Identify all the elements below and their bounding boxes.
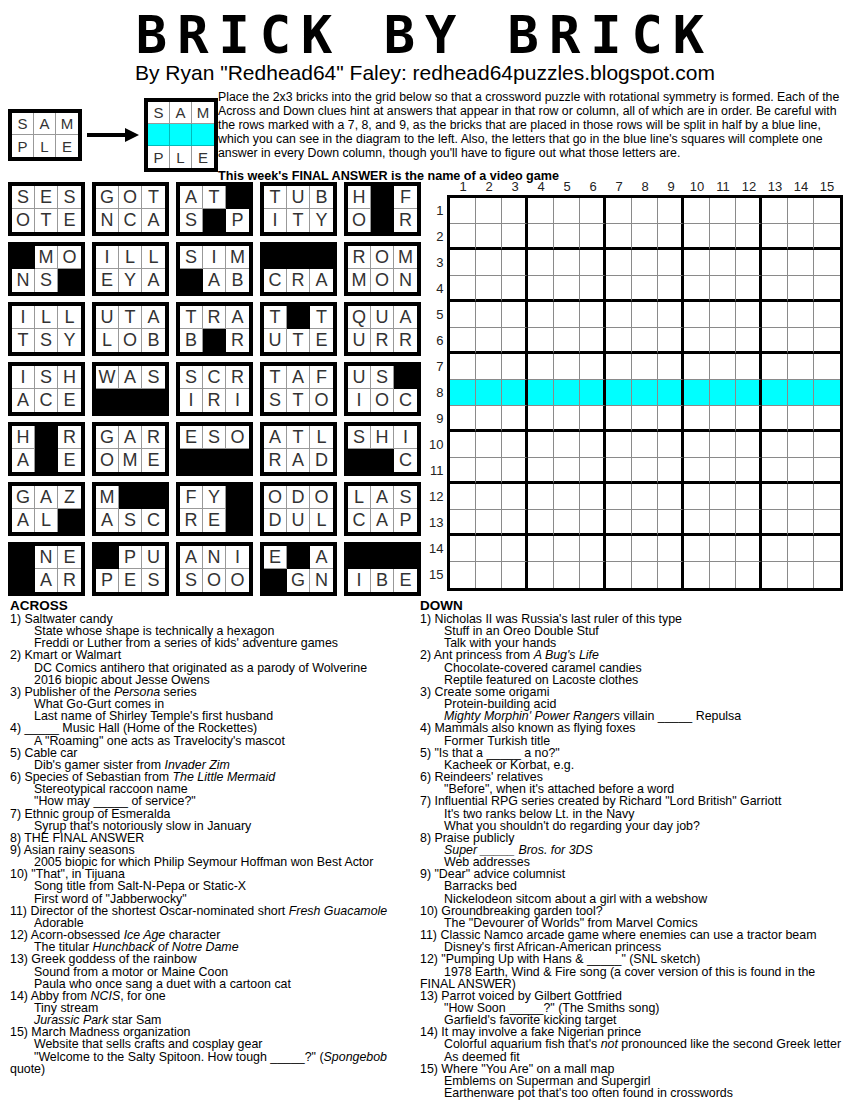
clue-number: 1) <box>10 612 24 626</box>
grid-cell[interactable] <box>554 224 580 250</box>
grid-cell[interactable] <box>788 562 814 588</box>
grid-cell[interactable] <box>632 484 658 510</box>
brick[interactable]: CRA <box>260 242 337 296</box>
brick[interactable]: EAGN <box>260 542 337 596</box>
brick[interactable]: IBE <box>344 542 421 596</box>
clue-number: 5) <box>420 746 434 760</box>
grid-column-labels: 123456789101112131415 <box>450 179 843 195</box>
grid-col-label: 5 <box>554 179 580 195</box>
grid-cell[interactable] <box>450 302 476 328</box>
grid-cell[interactable] <box>788 432 814 458</box>
grid-cell[interactable] <box>632 536 658 562</box>
grid-cell-blue-line[interactable] <box>606 380 632 406</box>
grid-cell[interactable] <box>632 276 658 302</box>
grid-cell[interactable] <box>606 302 632 328</box>
letter-cell: B <box>310 186 333 209</box>
grid-cell[interactable] <box>580 484 606 510</box>
brick[interactable]: HFOR <box>344 182 421 236</box>
brick[interactable]: ILLTSY <box>8 302 85 356</box>
grid-cell[interactable] <box>502 406 528 432</box>
grid-cell[interactable] <box>814 510 840 536</box>
grid-cell[interactable] <box>580 562 606 588</box>
grid-cell-blue-line[interactable] <box>736 380 762 406</box>
grid-cell[interactable] <box>476 536 502 562</box>
grid-cell[interactable] <box>658 328 684 354</box>
brick[interactable]: GAROME <box>92 422 169 476</box>
grid-cell[interactable] <box>814 536 840 562</box>
grid-cell[interactable] <box>450 562 476 588</box>
grid-cell[interactable] <box>528 328 554 354</box>
grid-cell[interactable] <box>788 406 814 432</box>
grid-cell[interactable] <box>736 458 762 484</box>
grid-cell[interactable] <box>502 536 528 562</box>
brick[interactable]: USIOC <box>344 362 421 416</box>
grid-cell[interactable] <box>762 250 788 276</box>
grid-cell[interactable] <box>450 354 476 380</box>
brick[interactable]: UTALOB <box>92 302 169 356</box>
grid-cell[interactable] <box>762 484 788 510</box>
grid-cell[interactable] <box>632 458 658 484</box>
grid-cell[interactable] <box>476 250 502 276</box>
clue-number: 4) <box>420 721 434 735</box>
grid-cell[interactable] <box>476 276 502 302</box>
grid-cell[interactable] <box>450 406 476 432</box>
grid-cell[interactable] <box>528 406 554 432</box>
grid-cell[interactable] <box>710 276 736 302</box>
brick[interactable]: SIMAB <box>176 242 253 296</box>
grid-cell[interactable] <box>632 406 658 432</box>
brick[interactable]: ANISOO <box>176 542 253 596</box>
grid-cell[interactable] <box>502 250 528 276</box>
black-cell <box>35 449 58 472</box>
grid-cell[interactable] <box>710 224 736 250</box>
grid-cell[interactable] <box>632 198 658 224</box>
grid-cell[interactable] <box>736 536 762 562</box>
black-cell <box>96 546 119 569</box>
black-cell <box>371 209 394 232</box>
grid-cell[interactable] <box>502 562 528 588</box>
grid-cell-blue-line[interactable] <box>476 380 502 406</box>
grid-cell[interactable] <box>554 458 580 484</box>
grid-cell[interactable] <box>658 198 684 224</box>
grid-cell[interactable] <box>554 510 580 536</box>
grid-cell[interactable] <box>580 510 606 536</box>
grid-cell[interactable] <box>658 302 684 328</box>
grid-cell[interactable] <box>788 328 814 354</box>
grid-cell[interactable] <box>736 224 762 250</box>
grid-cell[interactable] <box>554 198 580 224</box>
grid-cell[interactable] <box>762 562 788 588</box>
grid-cell[interactable] <box>658 406 684 432</box>
letter-cell: S <box>35 269 58 292</box>
grid-cell[interactable] <box>632 328 658 354</box>
grid-cell[interactable] <box>528 276 554 302</box>
across-header: ACROSS <box>10 599 420 613</box>
clue-number: 10) <box>420 904 441 918</box>
grid-row-label: 10 <box>429 432 447 458</box>
grid-cell[interactable] <box>606 432 632 458</box>
grid-cell[interactable] <box>710 328 736 354</box>
grid-cell[interactable] <box>528 458 554 484</box>
grid-cell[interactable] <box>528 536 554 562</box>
grid-cell[interactable] <box>450 198 476 224</box>
grid-cell[interactable] <box>502 458 528 484</box>
grid-cell[interactable] <box>710 510 736 536</box>
grid-cell[interactable] <box>710 562 736 588</box>
grid-cell[interactable] <box>762 354 788 380</box>
grid-cell[interactable] <box>606 536 632 562</box>
grid-cell[interactable] <box>684 354 710 380</box>
grid-cell[interactable] <box>476 224 502 250</box>
grid-cell[interactable] <box>710 406 736 432</box>
grid-cell[interactable] <box>606 406 632 432</box>
brick[interactable]: PUPES <box>92 542 169 596</box>
grid-cell[interactable] <box>554 328 580 354</box>
grid-cell[interactable] <box>788 302 814 328</box>
grid-cell[interactable] <box>502 354 528 380</box>
grid-cell[interactable] <box>632 250 658 276</box>
grid-cell[interactable] <box>658 250 684 276</box>
grid-cell[interactable] <box>502 224 528 250</box>
grid-cell[interactable] <box>684 302 710 328</box>
grid-cell[interactable] <box>632 354 658 380</box>
grid-cell-blue-line[interactable] <box>788 380 814 406</box>
brick[interactable]: WAS <box>92 362 169 416</box>
grid-cell[interactable] <box>762 224 788 250</box>
grid-cell[interactable] <box>450 484 476 510</box>
grid-cell[interactable] <box>710 250 736 276</box>
grid-cell[interactable] <box>450 250 476 276</box>
grid-cell[interactable] <box>658 536 684 562</box>
grid-cell[interactable] <box>710 198 736 224</box>
grid-cell[interactable] <box>476 562 502 588</box>
grid-cell[interactable] <box>580 198 606 224</box>
grid-cell[interactable] <box>814 198 840 224</box>
letter-cell: M <box>348 269 371 292</box>
grid-cell[interactable] <box>632 224 658 250</box>
brick[interactable]: QUAURR <box>344 302 421 356</box>
grid-cell[interactable] <box>580 276 606 302</box>
grid-cell[interactable] <box>606 458 632 484</box>
grid-cell[interactable] <box>684 432 710 458</box>
letter-cell: P <box>119 546 142 569</box>
grid-cell-blue-line[interactable] <box>632 380 658 406</box>
grid-cell[interactable] <box>788 510 814 536</box>
grid-cell[interactable] <box>528 484 554 510</box>
grid-cell[interactable] <box>528 354 554 380</box>
black-cell <box>226 186 249 209</box>
grid-cell[interactable] <box>658 510 684 536</box>
grid-cell[interactable] <box>606 224 632 250</box>
grid-cell[interactable] <box>632 302 658 328</box>
grid-cell[interactable] <box>658 562 684 588</box>
grid-cell[interactable] <box>762 406 788 432</box>
brick[interactable]: LASCAP <box>344 482 421 536</box>
grid-cell[interactable] <box>606 354 632 380</box>
grid-cell[interactable] <box>788 198 814 224</box>
grid-cell[interactable] <box>554 562 580 588</box>
clue-continuation: It's two ranks below Lt. in the Navy <box>420 808 848 820</box>
grid-cell[interactable] <box>606 562 632 588</box>
grid-cell[interactable] <box>476 510 502 536</box>
brick[interactable]: GAZAL <box>8 482 85 536</box>
brick[interactable]: ISHACE <box>8 362 85 416</box>
grid-cell[interactable] <box>606 510 632 536</box>
grid-cell[interactable] <box>710 484 736 510</box>
letter-cell: N <box>35 546 58 569</box>
grid-cell[interactable] <box>580 458 606 484</box>
brick[interactable]: MONS <box>8 242 85 296</box>
clue-number: 11) <box>10 904 30 918</box>
clue-number: 9) <box>420 867 434 881</box>
grid-cell[interactable] <box>814 432 840 458</box>
grid-cell[interactable] <box>476 432 502 458</box>
brick[interactable]: ROMMON <box>344 242 421 296</box>
grid-cell[interactable] <box>476 328 502 354</box>
grid-cell[interactable] <box>814 302 840 328</box>
grid-cell[interactable] <box>736 250 762 276</box>
grid-cell[interactable] <box>736 510 762 536</box>
grid-cell[interactable] <box>528 250 554 276</box>
grid-cell-blue-line[interactable] <box>528 380 554 406</box>
grid-cell-blue-line[interactable] <box>684 380 710 406</box>
grid-cell[interactable] <box>684 198 710 224</box>
grid-cell-blue-line[interactable] <box>580 380 606 406</box>
grid-cell[interactable] <box>658 432 684 458</box>
grid-cell[interactable] <box>814 328 840 354</box>
grid-cell[interactable] <box>788 250 814 276</box>
grid-cell[interactable] <box>502 484 528 510</box>
letter-cell: C <box>142 509 165 532</box>
grid-cell[interactable] <box>814 406 840 432</box>
brick[interactable]: NEAR <box>8 542 85 596</box>
grid-cell[interactable] <box>554 406 580 432</box>
brick[interactable]: HRAE <box>8 422 85 476</box>
grid-cell[interactable] <box>450 458 476 484</box>
brick[interactable]: TRABR <box>176 302 253 356</box>
grid-cell[interactable] <box>476 406 502 432</box>
letter-cell: S <box>203 426 226 449</box>
brick[interactable]: SCRIRI <box>176 362 253 416</box>
grid-cell[interactable] <box>502 302 528 328</box>
grid-cell[interactable] <box>736 406 762 432</box>
brick[interactable]: MASC <box>92 482 169 536</box>
grid-cell[interactable] <box>528 302 554 328</box>
letter-cell: O <box>310 486 333 509</box>
grid-cell[interactable] <box>606 198 632 224</box>
grid-cell[interactable] <box>658 276 684 302</box>
grid-cell[interactable] <box>684 536 710 562</box>
grid-cell[interactable] <box>762 458 788 484</box>
grid-cell[interactable] <box>762 536 788 562</box>
grid-cell[interactable] <box>710 432 736 458</box>
brick[interactable]: SESOTE <box>8 182 85 236</box>
brick[interactable]: SHIC <box>344 422 421 476</box>
grid-cell[interactable] <box>606 484 632 510</box>
grid-cell[interactable] <box>658 354 684 380</box>
grid-cell[interactable] <box>580 432 606 458</box>
clue-continuation: "Welcome to the Salty Spitoon. How tough… <box>10 1051 420 1075</box>
grid-cell[interactable] <box>580 354 606 380</box>
grid-cell[interactable] <box>788 354 814 380</box>
grid-cell[interactable] <box>528 198 554 224</box>
grid-cell[interactable] <box>476 458 502 484</box>
grid-cell[interactable] <box>710 354 736 380</box>
grid-cell[interactable] <box>476 198 502 224</box>
grid-cell[interactable] <box>450 328 476 354</box>
grid-cell[interactable] <box>580 250 606 276</box>
grid-cell[interactable] <box>450 276 476 302</box>
grid-cell[interactable] <box>736 328 762 354</box>
grid-cell[interactable] <box>502 510 528 536</box>
across-clues-section: ACROSS 1) Saltwater candyState whose sha… <box>10 599 420 1075</box>
grid-cell[interactable] <box>762 302 788 328</box>
grid-cell[interactable] <box>450 536 476 562</box>
clue-continuation: Barracks bed <box>420 880 848 892</box>
grid-cell[interactable] <box>814 224 840 250</box>
grid-cell[interactable] <box>528 510 554 536</box>
grid-cell[interactable] <box>554 432 580 458</box>
grid-cell[interactable] <box>814 458 840 484</box>
grid-cell[interactable] <box>736 198 762 224</box>
letter-cell: E <box>180 426 203 449</box>
clue-continuation: Earthenware pot that's too often found i… <box>420 1087 848 1099</box>
grid-cell[interactable] <box>788 276 814 302</box>
grid-cell[interactable] <box>736 354 762 380</box>
clue-continuation: 1978 Earth, Wind & Fire song (a cover ve… <box>420 966 848 990</box>
grid-cell[interactable] <box>580 328 606 354</box>
grid-cell[interactable] <box>710 302 736 328</box>
grid-cell[interactable] <box>450 224 476 250</box>
brick[interactable]: TAFSTO <box>260 362 337 416</box>
grid-cell[interactable] <box>554 302 580 328</box>
grid-cell[interactable] <box>606 276 632 302</box>
grid-cell[interactable] <box>528 562 554 588</box>
grid-cell[interactable] <box>632 562 658 588</box>
grid-cell[interactable] <box>762 510 788 536</box>
brick[interactable]: ESO <box>176 422 253 476</box>
grid-cell-blue-line[interactable] <box>762 380 788 406</box>
grid-cell[interactable] <box>684 562 710 588</box>
brick[interactable]: ATSP <box>176 182 253 236</box>
grid-cell[interactable] <box>788 484 814 510</box>
letter-cell: L <box>310 509 333 532</box>
grid-cell[interactable] <box>684 510 710 536</box>
brick[interactable]: ATLRAD <box>260 422 337 476</box>
grid-cell[interactable] <box>736 276 762 302</box>
grid-cell-blue-line[interactable] <box>554 380 580 406</box>
brick[interactable]: TUBITY <box>260 182 337 236</box>
grid-cell[interactable] <box>814 276 840 302</box>
grid-cell[interactable] <box>788 458 814 484</box>
grid-cell[interactable] <box>502 276 528 302</box>
grid-cell[interactable] <box>814 562 840 588</box>
grid-cell[interactable] <box>580 302 606 328</box>
grid-cell[interactable] <box>788 224 814 250</box>
grid-cell[interactable] <box>736 432 762 458</box>
brick[interactable]: GOTNCA <box>92 182 169 236</box>
grid-cell-blue-line[interactable] <box>658 380 684 406</box>
grid-cell[interactable] <box>762 198 788 224</box>
grid-cell[interactable] <box>502 198 528 224</box>
grid-cell[interactable] <box>580 536 606 562</box>
grid-cell[interactable] <box>554 250 580 276</box>
grid-cell[interactable] <box>684 328 710 354</box>
grid-cell-blue-line[interactable] <box>450 380 476 406</box>
grid-cell[interactable] <box>736 484 762 510</box>
grid-cell[interactable] <box>814 250 840 276</box>
letter-cell: C <box>35 389 58 412</box>
grid-cell-blue-line[interactable] <box>814 380 840 406</box>
grid-cell[interactable] <box>684 458 710 484</box>
letter-cell: P <box>148 146 170 168</box>
grid-cell[interactable] <box>554 276 580 302</box>
grid-cell[interactable] <box>762 328 788 354</box>
grid-cell[interactable] <box>710 458 736 484</box>
grid-cell[interactable] <box>788 536 814 562</box>
grid-cell[interactable] <box>710 536 736 562</box>
grid-cell[interactable] <box>580 406 606 432</box>
letter-cell: M <box>192 102 214 124</box>
grid-cell[interactable] <box>554 354 580 380</box>
grid-cell[interactable] <box>606 250 632 276</box>
clue-number: 4) <box>10 721 24 735</box>
grid-cell[interactable] <box>814 354 840 380</box>
letter-cell: U <box>348 366 371 389</box>
grid-cell[interactable] <box>632 432 658 458</box>
grid-cell[interactable] <box>762 276 788 302</box>
grid-cell[interactable] <box>450 432 476 458</box>
sample-diagram: SAMPLE SAMPLE <box>8 90 216 180</box>
letter-cell: M <box>56 113 78 135</box>
grid-cell[interactable] <box>684 406 710 432</box>
grid-cell[interactable] <box>684 224 710 250</box>
letter-cell: A <box>142 269 165 292</box>
grid-cell-blue-line[interactable] <box>502 380 528 406</box>
grid-cell[interactable] <box>684 276 710 302</box>
brick[interactable]: TTUTE <box>260 302 337 356</box>
grid-cell[interactable] <box>684 484 710 510</box>
grid-cell[interactable] <box>658 484 684 510</box>
grid-cell[interactable] <box>736 562 762 588</box>
grid-cell[interactable] <box>684 250 710 276</box>
grid-cell-blue-line[interactable] <box>710 380 736 406</box>
brick[interactable]: FYRE <box>176 482 253 536</box>
brick[interactable]: ILLEYA <box>92 242 169 296</box>
grid-cell[interactable] <box>476 354 502 380</box>
grid-cell[interactable] <box>658 224 684 250</box>
grid-cell[interactable] <box>502 328 528 354</box>
grid-cell[interactable] <box>606 328 632 354</box>
grid-cell[interactable] <box>632 510 658 536</box>
grid-cell[interactable] <box>554 484 580 510</box>
brick[interactable]: ODODUL <box>260 482 337 536</box>
grid-cell[interactable] <box>528 224 554 250</box>
grid-cell[interactable] <box>528 432 554 458</box>
clue-continuation: Colorful aquarium fish that's not pronou… <box>420 1038 848 1050</box>
grid-cell[interactable] <box>814 484 840 510</box>
grid-cell[interactable] <box>736 302 762 328</box>
grid-cell[interactable] <box>762 432 788 458</box>
grid-cell[interactable] <box>502 432 528 458</box>
grid-cell[interactable] <box>450 510 476 536</box>
grid-cell[interactable] <box>554 536 580 562</box>
grid-cell[interactable] <box>580 224 606 250</box>
letter-cell: C <box>203 366 226 389</box>
grid-cell[interactable] <box>476 302 502 328</box>
grid-cell[interactable] <box>658 458 684 484</box>
grid-cell[interactable] <box>476 484 502 510</box>
